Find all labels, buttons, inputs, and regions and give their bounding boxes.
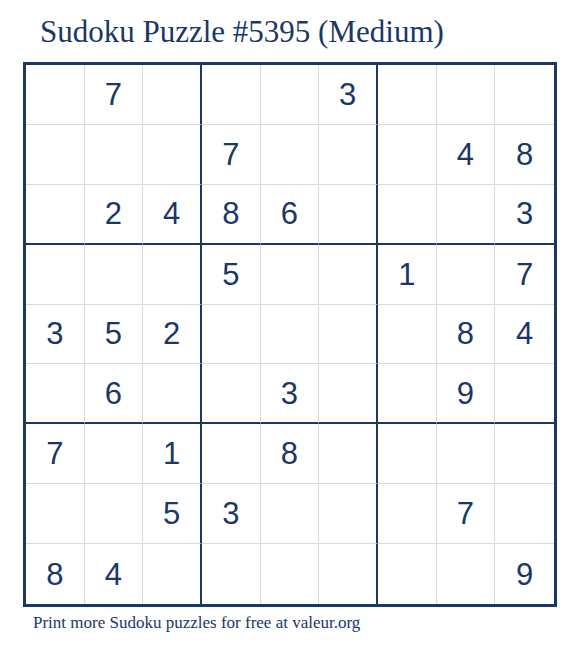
cell-r3c9[interactable]: 3: [495, 185, 554, 245]
given-digit: 8: [516, 139, 533, 170]
cell-r5c2[interactable]: 5: [85, 305, 144, 365]
cell-r2c5[interactable]: [261, 125, 320, 185]
given-digit: 9: [457, 378, 474, 409]
cell-r7c7[interactable]: [378, 424, 437, 484]
cell-r4c4[interactable]: 5: [202, 245, 261, 305]
sudoku-grid: 737482486351735284639718537849: [23, 62, 557, 607]
cell-r2c1[interactable]: [26, 125, 85, 185]
cell-r9c7[interactable]: [378, 544, 437, 604]
given-digit: 8: [46, 559, 63, 590]
given-digit: 1: [398, 259, 415, 290]
given-digit: 4: [457, 139, 474, 170]
given-digit: 7: [457, 498, 474, 529]
given-digit: 7: [516, 259, 533, 290]
cell-r1c6[interactable]: 3: [319, 65, 378, 125]
cell-r9c6[interactable]: [319, 544, 378, 604]
cell-r8c7[interactable]: [378, 484, 437, 544]
cell-r1c5[interactable]: [261, 65, 320, 125]
cell-r7c8[interactable]: [437, 424, 496, 484]
given-digit: 3: [339, 79, 356, 110]
cell-r3c6[interactable]: [319, 185, 378, 245]
cell-r7c9[interactable]: [495, 424, 554, 484]
cell-r5c4[interactable]: [202, 305, 261, 365]
cell-r2c6[interactable]: [319, 125, 378, 185]
cell-r2c8[interactable]: 4: [437, 125, 496, 185]
cell-r5c8[interactable]: 8: [437, 305, 496, 365]
given-digit: 7: [222, 139, 239, 170]
given-digit: 4: [163, 198, 180, 229]
cell-r4c7[interactable]: 1: [378, 245, 437, 305]
given-digit: 2: [105, 198, 122, 229]
page-title: Sudoku Puzzle #5395 (Medium): [40, 14, 444, 50]
given-digit: 3: [46, 318, 63, 349]
footer-text: Print more Sudoku puzzles for free at va…: [33, 613, 360, 633]
given-digit: 2: [163, 318, 180, 349]
cell-r6c1[interactable]: [26, 364, 85, 424]
cell-r5c6[interactable]: [319, 305, 378, 365]
given-digit: 8: [281, 438, 298, 469]
cell-r1c4[interactable]: [202, 65, 261, 125]
cell-r8c4[interactable]: 3: [202, 484, 261, 544]
cell-r5c7[interactable]: [378, 305, 437, 365]
cell-r3c3[interactable]: 4: [143, 185, 202, 245]
cell-r1c3[interactable]: [143, 65, 202, 125]
given-digit: 1: [163, 438, 180, 469]
cell-r9c1[interactable]: 8: [26, 544, 85, 604]
given-digit: 9: [516, 559, 533, 590]
cell-r2c2[interactable]: [85, 125, 144, 185]
cell-r5c9[interactable]: 4: [495, 305, 554, 365]
cell-r3c2[interactable]: 2: [85, 185, 144, 245]
page: Sudoku Puzzle #5395 (Medium) 73748248635…: [0, 0, 574, 651]
cell-r9c9[interactable]: 9: [495, 544, 554, 604]
cell-r8c6[interactable]: [319, 484, 378, 544]
cell-r1c9[interactable]: [495, 65, 554, 125]
cell-r3c4[interactable]: 8: [202, 185, 261, 245]
cell-r6c3[interactable]: [143, 364, 202, 424]
cell-r8c1[interactable]: [26, 484, 85, 544]
cell-r9c2[interactable]: 4: [85, 544, 144, 604]
given-digit: 7: [105, 79, 122, 110]
cell-r4c2[interactable]: [85, 245, 144, 305]
given-digit: 5: [222, 259, 239, 290]
cell-r3c1[interactable]: [26, 185, 85, 245]
given-digit: 7: [46, 438, 63, 469]
cell-r6c9[interactable]: [495, 364, 554, 424]
cell-r3c8[interactable]: [437, 185, 496, 245]
cell-r3c5[interactable]: 6: [261, 185, 320, 245]
cell-r7c5[interactable]: 8: [261, 424, 320, 484]
given-digit: 6: [105, 378, 122, 409]
cell-r1c1[interactable]: [26, 65, 85, 125]
cell-r4c5[interactable]: [261, 245, 320, 305]
cell-r1c7[interactable]: [378, 65, 437, 125]
cell-r6c5[interactable]: 3: [261, 364, 320, 424]
cell-r9c5[interactable]: [261, 544, 320, 604]
cell-r4c3[interactable]: [143, 245, 202, 305]
cell-r6c7[interactable]: [378, 364, 437, 424]
cell-r5c5[interactable]: [261, 305, 320, 365]
cell-r6c2[interactable]: 6: [85, 364, 144, 424]
cell-r4c1[interactable]: [26, 245, 85, 305]
cell-r7c4[interactable]: [202, 424, 261, 484]
cell-r4c8[interactable]: [437, 245, 496, 305]
given-digit: 3: [281, 378, 298, 409]
cell-r7c2[interactable]: [85, 424, 144, 484]
cell-r9c3[interactable]: [143, 544, 202, 604]
cell-r2c9[interactable]: 8: [495, 125, 554, 185]
cell-r5c1[interactable]: 3: [26, 305, 85, 365]
cell-r8c9[interactable]: [495, 484, 554, 544]
cell-r7c1[interactable]: 7: [26, 424, 85, 484]
cell-r8c2[interactable]: [85, 484, 144, 544]
cell-r9c4[interactable]: [202, 544, 261, 604]
given-digit: 8: [222, 198, 239, 229]
cell-r8c5[interactable]: [261, 484, 320, 544]
cell-r6c4[interactable]: [202, 364, 261, 424]
cell-r6c6[interactable]: [319, 364, 378, 424]
cell-r9c8[interactable]: [437, 544, 496, 604]
cell-r6c8[interactable]: 9: [437, 364, 496, 424]
cell-r2c7[interactable]: [378, 125, 437, 185]
cell-r1c8[interactable]: [437, 65, 496, 125]
given-digit: 3: [516, 198, 533, 229]
cell-r5c3[interactable]: 2: [143, 305, 202, 365]
given-digit: 3: [222, 498, 239, 529]
cell-r7c6[interactable]: [319, 424, 378, 484]
given-digit: 5: [163, 498, 180, 529]
given-digit: 4: [516, 318, 533, 349]
cell-r1c2[interactable]: 7: [85, 65, 144, 125]
cell-r8c3[interactable]: 5: [143, 484, 202, 544]
cell-r7c3[interactable]: 1: [143, 424, 202, 484]
given-digit: 8: [457, 318, 474, 349]
cell-r4c6[interactable]: [319, 245, 378, 305]
cell-r4c9[interactable]: 7: [495, 245, 554, 305]
cell-r3c7[interactable]: [378, 185, 437, 245]
given-digit: 4: [105, 559, 122, 590]
given-digit: 6: [281, 198, 298, 229]
cell-r2c4[interactable]: 7: [202, 125, 261, 185]
given-digit: 5: [105, 318, 122, 349]
cell-r8c8[interactable]: 7: [437, 484, 496, 544]
cell-r2c3[interactable]: [143, 125, 202, 185]
